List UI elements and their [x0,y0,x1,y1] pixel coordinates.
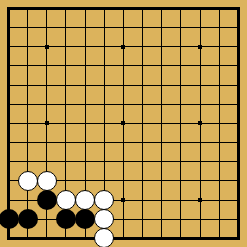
intersection-j10[interactable] [152,56,171,75]
intersection-g12[interactable] [114,18,133,37]
intersection-b12[interactable] [18,18,37,37]
intersection-l4[interactable] [190,171,209,190]
intersection-n11[interactable] [229,37,247,56]
intersection-n3[interactable] [229,190,247,209]
white-stone [56,190,76,210]
intersection-e13[interactable] [76,0,95,18]
intersection-c6[interactable] [37,133,56,152]
intersection-e4[interactable] [76,171,95,190]
intersection-b5[interactable] [18,152,37,171]
intersection-g8[interactable] [114,95,133,114]
intersection-l12[interactable] [190,18,209,37]
intersection-a6[interactable] [0,133,18,152]
intersection-d9[interactable] [56,76,75,95]
white-stone [94,209,114,229]
intersection-d2[interactable] [56,210,75,229]
intersection-g11[interactable] [114,37,133,56]
intersection-g1[interactable] [114,229,133,247]
intersection-e9[interactable] [76,76,95,95]
intersection-a13[interactable] [0,0,18,18]
intersection-f1[interactable] [95,229,114,247]
white-stone [75,190,95,210]
intersection-c11[interactable] [37,37,56,56]
intersection-k2[interactable] [171,210,190,229]
intersection-n10[interactable] [229,56,247,75]
intersection-e11[interactable] [76,37,95,56]
intersection-b6[interactable] [18,133,37,152]
intersection-c12[interactable] [37,18,56,37]
intersection-f2[interactable] [95,210,114,229]
intersection-f9[interactable] [95,76,114,95]
intersection-b4[interactable] [18,171,37,190]
intersection-g6[interactable] [114,133,133,152]
white-stone [94,190,114,210]
intersection-l7[interactable] [190,114,209,133]
intersection-j3[interactable] [152,190,171,209]
intersection-c1[interactable] [37,229,56,247]
intersection-e10[interactable] [76,56,95,75]
intersection-b7[interactable] [18,114,37,133]
intersection-f8[interactable] [95,95,114,114]
intersection-m1[interactable] [210,229,229,247]
intersection-a12[interactable] [0,18,18,37]
intersection-c2[interactable] [37,210,56,229]
intersection-k7[interactable] [171,114,190,133]
intersection-n1[interactable] [229,229,247,247]
intersection-l6[interactable] [190,133,209,152]
intersection-b10[interactable] [18,56,37,75]
black-stone [18,209,38,229]
intersection-e5[interactable] [76,152,95,171]
intersection-k3[interactable] [171,190,190,209]
intersection-k9[interactable] [171,76,190,95]
intersection-l5[interactable] [190,152,209,171]
white-stone [18,171,38,191]
intersection-m6[interactable] [210,133,229,152]
intersection-j12[interactable] [152,18,171,37]
intersection-d3[interactable] [56,190,75,209]
intersection-g4[interactable] [114,171,133,190]
intersection-k13[interactable] [171,0,190,18]
intersection-h5[interactable] [133,152,152,171]
intersection-g10[interactable] [114,56,133,75]
intersection-d5[interactable] [56,152,75,171]
intersection-k11[interactable] [171,37,190,56]
intersection-d1[interactable] [56,229,75,247]
intersection-g9[interactable] [114,76,133,95]
intersection-h8[interactable] [133,95,152,114]
intersection-h3[interactable] [133,190,152,209]
intersection-a1[interactable] [0,229,18,247]
intersection-n8[interactable] [229,95,247,114]
intersection-b11[interactable] [18,37,37,56]
intersection-h7[interactable] [133,114,152,133]
intersection-c10[interactable] [37,56,56,75]
intersection-h13[interactable] [133,0,152,18]
intersection-l11[interactable] [190,37,209,56]
intersection-m3[interactable] [210,190,229,209]
intersection-h4[interactable] [133,171,152,190]
intersection-j5[interactable] [152,152,171,171]
intersection-n12[interactable] [229,18,247,37]
intersection-a4[interactable] [0,171,18,190]
intersection-c5[interactable] [37,152,56,171]
intersection-f5[interactable] [95,152,114,171]
intersection-c8[interactable] [37,95,56,114]
intersection-g2[interactable] [114,210,133,229]
intersection-f7[interactable] [95,114,114,133]
intersection-l2[interactable] [190,210,209,229]
intersection-j11[interactable] [152,37,171,56]
intersection-h6[interactable] [133,133,152,152]
black-stone [0,209,19,229]
intersection-d11[interactable] [56,37,75,56]
intersection-b8[interactable] [18,95,37,114]
intersection-c9[interactable] [37,76,56,95]
intersection-h10[interactable] [133,56,152,75]
intersection-m12[interactable] [210,18,229,37]
intersection-k10[interactable] [171,56,190,75]
intersection-f3[interactable] [95,190,114,209]
white-stone [37,171,57,191]
intersection-j13[interactable] [152,0,171,18]
intersection-a11[interactable] [0,37,18,56]
intersection-d7[interactable] [56,114,75,133]
intersection-m2[interactable] [210,210,229,229]
intersection-d13[interactable] [56,0,75,18]
intersection-j7[interactable] [152,114,171,133]
intersection-j2[interactable] [152,210,171,229]
intersection-k5[interactable] [171,152,190,171]
intersection-m8[interactable] [210,95,229,114]
white-stone [94,228,114,247]
intersection-c7[interactable] [37,114,56,133]
black-stone [56,209,76,229]
intersection-a7[interactable] [0,114,18,133]
intersection-d4[interactable] [56,171,75,190]
intersection-e6[interactable] [76,133,95,152]
intersection-n4[interactable] [229,171,247,190]
intersection-m9[interactable] [210,76,229,95]
intersection-a5[interactable] [0,152,18,171]
intersection-h11[interactable] [133,37,152,56]
intersection-l8[interactable] [190,95,209,114]
intersection-d10[interactable] [56,56,75,75]
intersection-j8[interactable] [152,95,171,114]
intersection-m4[interactable] [210,171,229,190]
intersection-b2[interactable] [18,210,37,229]
intersection-f10[interactable] [95,56,114,75]
intersection-a3[interactable] [0,190,18,209]
intersection-k6[interactable] [171,133,190,152]
intersection-k12[interactable] [171,18,190,37]
intersection-e2[interactable] [76,210,95,229]
intersection-c3[interactable] [37,190,56,209]
intersection-f4[interactable] [95,171,114,190]
intersection-m10[interactable] [210,56,229,75]
intersection-a2[interactable] [0,210,18,229]
intersection-a9[interactable] [0,76,18,95]
intersection-c4[interactable] [37,171,56,190]
intersection-h9[interactable] [133,76,152,95]
intersection-e8[interactable] [76,95,95,114]
intersection-d6[interactable] [56,133,75,152]
intersection-g5[interactable] [114,152,133,171]
intersection-n13[interactable] [229,0,247,18]
intersection-d8[interactable] [56,95,75,114]
intersection-b3[interactable] [18,190,37,209]
black-stone [37,190,57,210]
intersection-k8[interactable] [171,95,190,114]
intersection-m5[interactable] [210,152,229,171]
intersection-e7[interactable] [76,114,95,133]
intersection-a10[interactable] [0,56,18,75]
intersection-b1[interactable] [18,229,37,247]
intersection-a8[interactable] [0,95,18,114]
intersection-e3[interactable] [76,190,95,209]
intersection-k1[interactable] [171,229,190,247]
go-board[interactable] [0,0,247,247]
intersection-n7[interactable] [229,114,247,133]
intersection-f11[interactable] [95,37,114,56]
intersection-e12[interactable] [76,18,95,37]
intersection-n5[interactable] [229,152,247,171]
intersection-e1[interactable] [76,229,95,247]
black-stone [75,209,95,229]
intersection-f13[interactable] [95,0,114,18]
intersection-l10[interactable] [190,56,209,75]
intersection-b9[interactable] [18,76,37,95]
intersection-m11[interactable] [210,37,229,56]
intersection-j9[interactable] [152,76,171,95]
intersection-j4[interactable] [152,171,171,190]
intersection-n6[interactable] [229,133,247,152]
intersection-h1[interactable] [133,229,152,247]
intersection-n9[interactable] [229,76,247,95]
intersection-g13[interactable] [114,0,133,18]
intersection-f12[interactable] [95,18,114,37]
intersection-h12[interactable] [133,18,152,37]
intersection-m13[interactable] [210,0,229,18]
intersection-h2[interactable] [133,210,152,229]
intersection-j6[interactable] [152,133,171,152]
intersection-c13[interactable] [37,0,56,18]
intersection-g3[interactable] [114,190,133,209]
intersection-d12[interactable] [56,18,75,37]
intersection-n2[interactable] [229,210,247,229]
intersection-l13[interactable] [190,0,209,18]
intersection-l1[interactable] [190,229,209,247]
intersection-g7[interactable] [114,114,133,133]
intersection-f6[interactable] [95,133,114,152]
intersection-m7[interactable] [210,114,229,133]
intersection-l3[interactable] [190,190,209,209]
intersection-k4[interactable] [171,171,190,190]
intersection-l9[interactable] [190,76,209,95]
intersection-b13[interactable] [18,0,37,18]
intersection-j1[interactable] [152,229,171,247]
